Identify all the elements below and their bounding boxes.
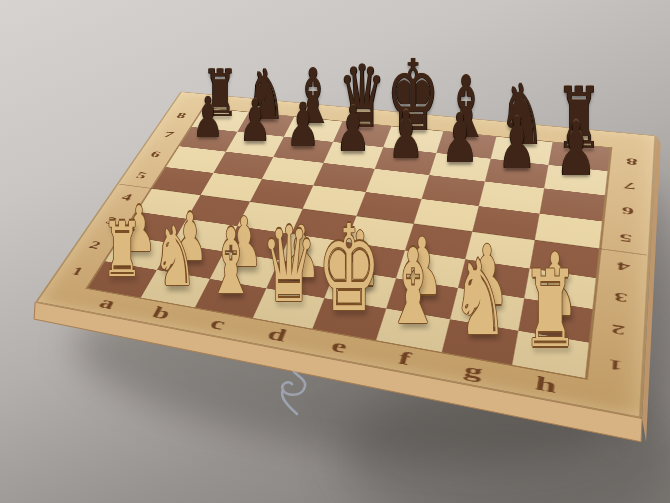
rank-label-left-4: 4 <box>119 192 135 203</box>
rank-label-right-6: 6 <box>621 205 634 218</box>
photo-scene: abcdefgh1122334455667788 ♜♞♝♛♚♝♞♜♟♟♟♟♟♟♟… <box>0 0 670 503</box>
file-label-d: d <box>264 324 289 346</box>
rank-label-right-3: 3 <box>614 289 629 305</box>
rank-label-right-7: 7 <box>623 180 636 192</box>
file-label-c: c <box>207 313 229 334</box>
rank-label-left-6: 6 <box>148 149 163 159</box>
file-label-b: b <box>149 303 175 324</box>
clasp-string-icon <box>268 370 324 420</box>
rank-label-right-8: 8 <box>626 156 638 167</box>
rank-label-left-8: 8 <box>175 111 189 120</box>
file-label-a: a <box>95 293 119 313</box>
rank-label-left-3: 3 <box>103 215 119 227</box>
rank-label-right-4: 4 <box>616 259 630 274</box>
rank-label-left-2: 2 <box>87 239 104 252</box>
rank-label-right-2: 2 <box>611 321 626 338</box>
rank-label-left-1: 1 <box>69 264 86 277</box>
rank-label-left-7: 7 <box>162 130 176 139</box>
file-label-h: h <box>533 372 557 398</box>
chess-board: abcdefgh1122334455667788 <box>35 91 657 418</box>
rank-label-left-5: 5 <box>134 170 149 181</box>
file-label-e: e <box>329 335 351 357</box>
rank-label-right-5: 5 <box>619 231 633 245</box>
file-label-f: f <box>396 347 413 369</box>
file-label-g: g <box>462 359 485 383</box>
rank-label-right-1: 1 <box>608 356 624 374</box>
